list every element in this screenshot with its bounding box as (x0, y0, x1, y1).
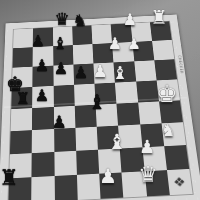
piece-black-knight-b5[interactable]: ♞ (68, 13, 92, 29)
piece-white-pawn-c2[interactable]: ♟ (122, 37, 146, 52)
piece-black-pawn-c7[interactable]: ♟ (26, 34, 50, 49)
piece-black-pawn-f6[interactable]: ♟ (47, 114, 71, 131)
piece-black-rook-h8[interactable]: ♜ (0, 167, 21, 189)
piece-white-bishop-d3[interactable]: ♝ (108, 64, 132, 82)
piece-black-bishop-c6[interactable]: ♝ (48, 36, 72, 52)
piece-black-bishop-e4[interactable]: ♝ (85, 92, 109, 112)
chessboard-photo: ❖ CHECKER ♛♞♟♝♟♟♟♚♜♟♝♟♜♟♜♟♟♟♝♚♝♞♟♟♛ (0, 0, 200, 200)
piece-white-pawn-b3[interactable]: ♟ (118, 12, 142, 28)
piece-white-rook-a1[interactable]: ♜ (147, 8, 171, 27)
piece-white-knight-g1[interactable]: ♞ (156, 122, 180, 139)
piece-white-pawn-g2[interactable]: ♟ (135, 138, 159, 156)
piece-white-pawn-h4[interactable]: ♟ (96, 166, 120, 186)
piece-white-king-e1[interactable]: ♚ (155, 82, 179, 106)
piece-white-queen-h2[interactable]: ♛ (136, 164, 160, 186)
piece-white-bishop-g3[interactable]: ♝ (105, 132, 129, 153)
pieces-layer: ♛♞♟♝♟♟♟♚♜♟♝♟♜♟♜♟♟♟♝♚♝♞♟♟♛ (0, 0, 200, 200)
piece-black-pawn-e7[interactable]: ♟ (30, 88, 54, 104)
